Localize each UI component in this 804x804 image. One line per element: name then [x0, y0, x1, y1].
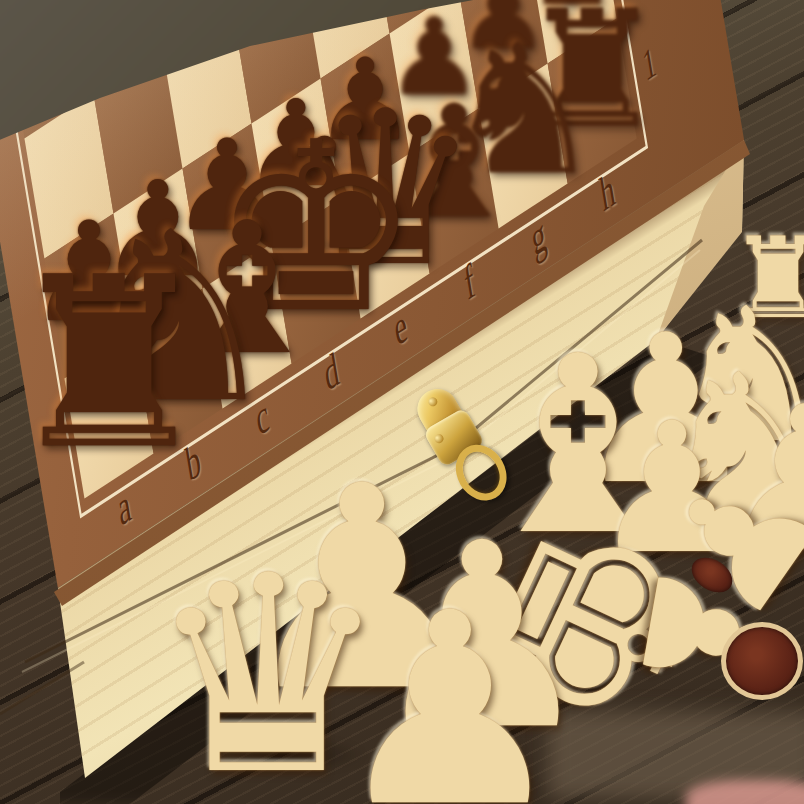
light-pawn: ♟ — [318, 578, 583, 804]
pink-blob — [686, 780, 804, 804]
dark-rook: ♜ — [0, 246, 227, 481]
felt-base — [721, 622, 803, 700]
scene: abcdefgh12345678 ♟♟♟♟♟♟♟♟♜♞♝♚♛♝♞♜♛♟♟♟♝♟♟… — [0, 0, 804, 804]
